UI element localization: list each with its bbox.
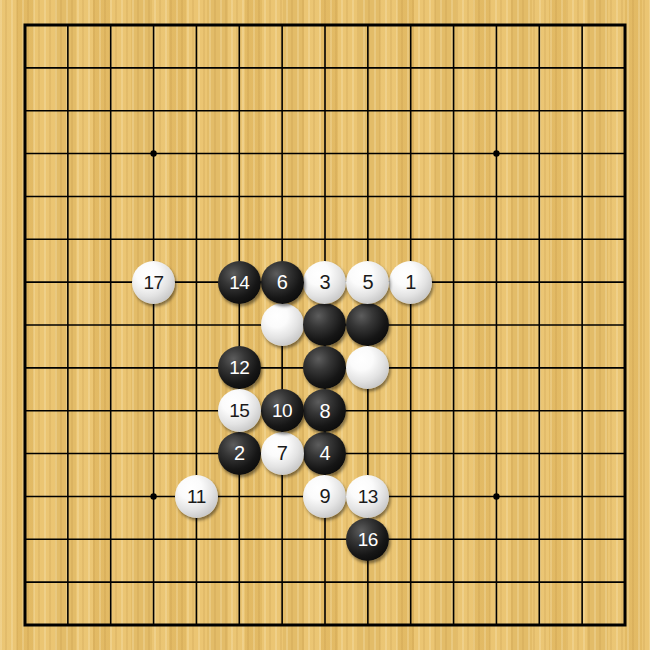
move-number: 12 [229, 358, 249, 377]
move-number: 7 [277, 443, 288, 463]
stone-white-7: 7 [261, 432, 304, 475]
move-number: 13 [358, 487, 378, 506]
stone-black-14: 14 [218, 261, 261, 304]
stone-white-setup [261, 303, 304, 346]
stone-black-2: 2 [218, 432, 261, 475]
stone-black-setup [303, 346, 346, 389]
stone-white-11: 11 [175, 475, 218, 518]
move-number: 1 [405, 272, 416, 292]
stone-black-8: 8 [303, 389, 346, 432]
stone-white-15: 15 [218, 389, 261, 432]
move-number: 16 [358, 530, 378, 549]
stone-black-6: 6 [261, 261, 304, 304]
stone-black-12: 12 [218, 346, 261, 389]
stones-layer: 1234567891011121314151617 [4, 4, 647, 647]
move-number: 14 [229, 273, 249, 292]
move-number: 3 [320, 272, 331, 292]
stone-black-16: 16 [346, 518, 389, 561]
move-number: 8 [320, 401, 331, 421]
move-number: 2 [234, 443, 245, 463]
move-number: 17 [143, 273, 163, 292]
stone-black-setup [346, 303, 389, 346]
stone-black-4: 4 [303, 432, 346, 475]
move-number: 4 [320, 443, 331, 463]
stone-white-1: 1 [389, 261, 432, 304]
stone-white-5: 5 [346, 261, 389, 304]
move-number: 9 [320, 486, 331, 506]
move-number: 6 [277, 272, 288, 292]
stone-white-setup [346, 346, 389, 389]
move-number: 15 [229, 401, 249, 420]
stone-white-3: 3 [303, 261, 346, 304]
move-number: 10 [272, 401, 292, 420]
stone-white-9: 9 [303, 475, 346, 518]
move-number: 11 [187, 487, 206, 506]
goban[interactable]: 1234567891011121314151617 [0, 0, 650, 650]
stone-black-setup [303, 303, 346, 346]
stone-white-13: 13 [346, 475, 389, 518]
stone-black-10: 10 [261, 389, 304, 432]
stone-white-17: 17 [132, 261, 175, 304]
move-number: 5 [362, 272, 373, 292]
